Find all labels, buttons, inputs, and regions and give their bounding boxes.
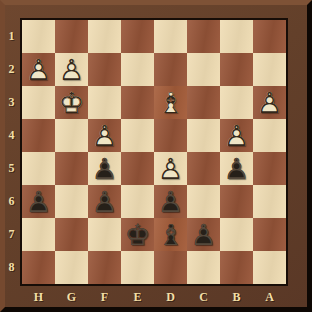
square-c7[interactable]: ♟♙ <box>187 218 220 251</box>
square-d5[interactable]: ♟♙ <box>154 152 187 185</box>
black-pawn-outline: ♙ <box>88 152 121 185</box>
black-pawn-outline: ♙ <box>220 152 253 185</box>
white-bishop[interactable]: ♝ <box>154 86 187 119</box>
square-f2[interactable] <box>88 53 121 86</box>
black-king[interactable]: ♚ <box>121 218 154 251</box>
rank-label-5: 5 <box>4 152 19 185</box>
square-b6[interactable] <box>220 185 253 218</box>
square-e6[interactable] <box>121 185 154 218</box>
square-b7[interactable] <box>220 218 253 251</box>
square-a1[interactable] <box>253 20 286 53</box>
square-c6[interactable] <box>187 185 220 218</box>
black-pawn-outline: ♙ <box>88 185 121 218</box>
rank-label-7: 7 <box>4 218 19 251</box>
file-label-d: D <box>154 289 187 306</box>
rank-label-3: 3 <box>4 86 19 119</box>
white-pawn-outline: ♙ <box>154 152 187 185</box>
square-c4[interactable] <box>187 119 220 152</box>
square-h6[interactable]: ♟♙ <box>22 185 55 218</box>
white-pawn-outline: ♙ <box>253 86 286 119</box>
white-pawn[interactable]: ♟ <box>88 119 121 152</box>
square-h1[interactable] <box>22 20 55 53</box>
square-d4[interactable] <box>154 119 187 152</box>
square-a2[interactable] <box>253 53 286 86</box>
square-b4[interactable]: ♟♙ <box>220 119 253 152</box>
square-f3[interactable] <box>88 86 121 119</box>
file-label-e: E <box>121 289 154 306</box>
file-label-g: G <box>55 289 88 306</box>
square-f5[interactable]: ♟♙ <box>88 152 121 185</box>
black-pawn[interactable]: ♟ <box>88 152 121 185</box>
square-b5[interactable]: ♟♙ <box>220 152 253 185</box>
rank-label-6: 6 <box>4 185 19 218</box>
square-g6[interactable] <box>55 185 88 218</box>
square-g8[interactable] <box>55 251 88 284</box>
square-b1[interactable] <box>220 20 253 53</box>
square-g3[interactable]: ♚♔ <box>55 86 88 119</box>
file-label-c: C <box>187 289 220 306</box>
square-d6[interactable]: ♟♙ <box>154 185 187 218</box>
white-pawn-outline: ♙ <box>220 119 253 152</box>
file-label-h: H <box>22 289 55 306</box>
square-d2[interactable] <box>154 53 187 86</box>
black-bishop[interactable]: ♝ <box>154 218 187 251</box>
square-h8[interactable] <box>22 251 55 284</box>
white-pawn-outline: ♙ <box>88 119 121 152</box>
square-c3[interactable] <box>187 86 220 119</box>
white-pawn-outline: ♙ <box>22 53 55 86</box>
black-pawn[interactable]: ♟ <box>22 185 55 218</box>
square-e3[interactable] <box>121 86 154 119</box>
white-pawn[interactable]: ♟ <box>22 53 55 86</box>
square-b8[interactable] <box>220 251 253 284</box>
square-f4[interactable]: ♟♙ <box>88 119 121 152</box>
square-g4[interactable] <box>55 119 88 152</box>
black-pawn[interactable]: ♟ <box>187 218 220 251</box>
black-pawn-outline: ♙ <box>22 185 55 218</box>
black-pawn[interactable]: ♟ <box>154 185 187 218</box>
square-d3[interactable]: ♝♗ <box>154 86 187 119</box>
square-a4[interactable] <box>253 119 286 152</box>
square-a6[interactable] <box>253 185 286 218</box>
rank-label-8: 8 <box>4 251 19 284</box>
black-pawn-outline: ♙ <box>154 185 187 218</box>
square-g1[interactable] <box>55 20 88 53</box>
black-bishop-outline: ♗ <box>154 218 187 251</box>
rank-label-4: 4 <box>4 119 19 152</box>
square-a8[interactable] <box>253 251 286 284</box>
black-king-outline: ♔ <box>121 218 154 251</box>
white-king[interactable]: ♚ <box>55 86 88 119</box>
square-h4[interactable] <box>22 119 55 152</box>
square-c5[interactable] <box>187 152 220 185</box>
square-e1[interactable] <box>121 20 154 53</box>
square-d1[interactable] <box>154 20 187 53</box>
file-label-f: F <box>88 289 121 306</box>
square-h5[interactable] <box>22 152 55 185</box>
square-h3[interactable] <box>22 86 55 119</box>
square-f7[interactable] <box>88 218 121 251</box>
square-c8[interactable] <box>187 251 220 284</box>
square-c2[interactable] <box>187 53 220 86</box>
square-d8[interactable] <box>154 251 187 284</box>
white-pawn-outline: ♙ <box>55 53 88 86</box>
square-f6[interactable]: ♟♙ <box>88 185 121 218</box>
square-a5[interactable] <box>253 152 286 185</box>
rank-label-1: 1 <box>4 20 19 53</box>
square-d7[interactable]: ♝♗ <box>154 218 187 251</box>
square-e8[interactable] <box>121 251 154 284</box>
file-label-b: B <box>220 289 253 306</box>
white-king-outline: ♔ <box>55 86 88 119</box>
white-pawn[interactable]: ♟ <box>253 86 286 119</box>
square-h2[interactable]: ♟♙ <box>22 53 55 86</box>
square-g7[interactable] <box>55 218 88 251</box>
square-a7[interactable] <box>253 218 286 251</box>
square-a3[interactable]: ♟♙ <box>253 86 286 119</box>
square-e4[interactable] <box>121 119 154 152</box>
rank-label-2: 2 <box>4 53 19 86</box>
square-b3[interactable] <box>220 86 253 119</box>
file-label-a: A <box>253 289 286 306</box>
black-pawn[interactable]: ♟ <box>220 152 253 185</box>
square-e7[interactable]: ♚♔ <box>121 218 154 251</box>
square-g2[interactable]: ♟♙ <box>55 53 88 86</box>
square-g5[interactable] <box>55 152 88 185</box>
chess-board: ♟♙♟♙♚♔♝♗♟♙♟♙♟♙♟♙♟♙♟♙♟♙♟♙♟♙♚♔♝♗♟♙ <box>20 18 288 286</box>
black-pawn[interactable]: ♟ <box>88 185 121 218</box>
square-f8[interactable] <box>88 251 121 284</box>
square-e2[interactable] <box>121 53 154 86</box>
black-pawn-outline: ♙ <box>187 218 220 251</box>
board-frame: ♟♙♟♙♚♔♝♗♟♙♟♙♟♙♟♙♟♙♟♙♟♙♟♙♟♙♚♔♝♗♟♙ 1234567… <box>0 0 312 312</box>
white-pawn[interactable]: ♟ <box>154 152 187 185</box>
white-bishop-outline: ♗ <box>154 86 187 119</box>
white-pawn[interactable]: ♟ <box>220 119 253 152</box>
square-h7[interactable] <box>22 218 55 251</box>
square-f1[interactable] <box>88 20 121 53</box>
square-e5[interactable] <box>121 152 154 185</box>
square-c1[interactable] <box>187 20 220 53</box>
square-b2[interactable] <box>220 53 253 86</box>
white-pawn[interactable]: ♟ <box>55 53 88 86</box>
